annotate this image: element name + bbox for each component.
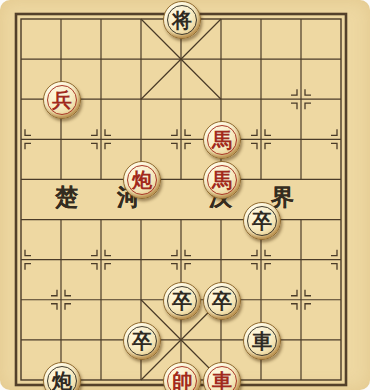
xiangqi-piece-red[interactable]: 車 — [203, 362, 241, 390]
xiangqi-piece-black[interactable]: 将 — [163, 1, 201, 39]
xiangqi-piece-red[interactable]: 兵 — [43, 81, 81, 119]
piece-character: 車 — [212, 370, 232, 390]
xiangqi-piece-black[interactable]: 卒 — [243, 202, 281, 240]
pieces-layer: 将兵馬炮馬卒卒卒卒車炮帥車 — [0, 0, 370, 390]
xiangqi-piece-red[interactable]: 帥 — [163, 362, 201, 390]
xiangqi-piece-black[interactable]: 車 — [243, 322, 281, 360]
xiangqi-piece-red[interactable]: 馬 — [203, 161, 241, 199]
xiangqi-app: 楚河 汉界 将兵馬炮馬卒卒卒卒車炮帥車 — [0, 0, 370, 390]
piece-character: 馬 — [212, 130, 232, 150]
xiangqi-piece-red[interactable]: 馬 — [203, 121, 241, 159]
piece-character: 卒 — [132, 330, 152, 350]
xiangqi-piece-black[interactable]: 卒 — [203, 282, 241, 320]
piece-character: 炮 — [132, 170, 152, 190]
piece-character: 兵 — [52, 90, 72, 110]
piece-character: 炮 — [52, 370, 72, 390]
xiangqi-piece-black[interactable]: 炮 — [43, 362, 81, 390]
xiangqi-piece-black[interactable]: 卒 — [163, 282, 201, 320]
piece-character: 将 — [172, 10, 192, 30]
xiangqi-board[interactable]: 楚河 汉界 将兵馬炮馬卒卒卒卒車炮帥車 — [0, 0, 370, 390]
piece-character: 卒 — [252, 210, 272, 230]
xiangqi-piece-red[interactable]: 炮 — [123, 161, 161, 199]
piece-character: 卒 — [172, 290, 192, 310]
xiangqi-piece-black[interactable]: 卒 — [123, 322, 161, 360]
piece-character: 帥 — [172, 370, 192, 390]
piece-character: 卒 — [212, 290, 232, 310]
piece-character: 馬 — [212, 170, 232, 190]
piece-character: 車 — [252, 330, 272, 350]
